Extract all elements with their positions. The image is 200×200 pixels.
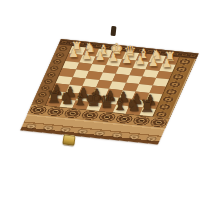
piece-white-pawn-a2[interactable]: ♟ bbox=[161, 58, 171, 70]
brass-clasp[interactable] bbox=[62, 134, 75, 146]
piece-white-pawn-g2[interactable]: ♟ bbox=[81, 50, 91, 62]
hinge-pin bbox=[110, 26, 116, 36]
piece-white-pawn-d2[interactable]: ♟ bbox=[121, 54, 131, 66]
piece-white-pawn-h2[interactable]: ♟ bbox=[68, 49, 78, 61]
piece-white-pawn-e2[interactable]: ♟ bbox=[108, 53, 118, 65]
product-photo-scene: ♜♞♝♚♛♝♞♜♟♟♟♟♟♟♟♟♟♟♟♟♟♟♟♟♜♞♝♚♛♝♞♜ bbox=[0, 0, 200, 200]
piece-white-pawn-b2[interactable]: ♟ bbox=[148, 57, 158, 69]
piece-white-pawn-f2[interactable]: ♟ bbox=[95, 51, 105, 63]
piece-black-rook-a8[interactable]: ♜ bbox=[139, 98, 154, 115]
piece-white-pawn-c2[interactable]: ♟ bbox=[135, 56, 145, 68]
